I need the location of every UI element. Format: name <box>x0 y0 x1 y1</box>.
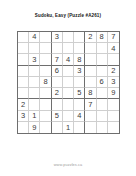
given-digit: 1 <box>32 112 36 120</box>
cell-r4c8[interactable] <box>97 66 108 77</box>
cell-r3c2[interactable]: 3 <box>29 54 40 65</box>
cell-r3c6[interactable]: 8 <box>74 54 85 65</box>
given-digit: 3 <box>21 112 25 120</box>
given-digit: 7 <box>55 56 59 64</box>
given-digit: 4 <box>77 112 81 120</box>
cell-r3c3[interactable] <box>40 54 51 65</box>
cell-r2c4[interactable] <box>52 43 63 54</box>
cell-r7c4[interactable] <box>52 99 63 110</box>
cell-r6c1[interactable] <box>18 88 29 99</box>
sudoku-board: 4328743748632863258927315491 <box>17 31 120 134</box>
cell-r5c8[interactable]: 6 <box>97 77 108 88</box>
cell-r5c7[interactable] <box>85 77 96 88</box>
given-digit: 8 <box>77 56 81 64</box>
cell-r9c3[interactable] <box>40 122 51 133</box>
cell-r7c2[interactable] <box>29 99 40 110</box>
cell-r8c6[interactable]: 4 <box>74 111 85 122</box>
cell-r6c7[interactable]: 8 <box>85 88 96 99</box>
cell-r1c6[interactable] <box>74 32 85 43</box>
cell-r5c4[interactable] <box>52 77 63 88</box>
cell-r4c1[interactable] <box>18 66 29 77</box>
given-digit: 2 <box>88 33 92 41</box>
cell-r8c8[interactable] <box>97 111 108 122</box>
cell-r5c3[interactable]: 8 <box>40 77 51 88</box>
given-digit: 8 <box>100 33 104 41</box>
cell-r4c3[interactable] <box>40 66 51 77</box>
given-digit: 6 <box>55 67 59 75</box>
given-digit: 7 <box>111 33 115 41</box>
cell-r7c7[interactable]: 7 <box>85 99 96 110</box>
cell-r1c4[interactable]: 3 <box>52 32 63 43</box>
cell-r4c4[interactable]: 6 <box>52 66 63 77</box>
cell-r2c6[interactable] <box>74 43 85 54</box>
footer-url: www.puzzles.ca <box>0 163 136 167</box>
cell-r5c1[interactable] <box>18 77 29 88</box>
cell-r9c5[interactable]: 1 <box>63 122 74 133</box>
cell-r1c5[interactable] <box>63 32 74 43</box>
cell-r7c3[interactable] <box>40 99 51 110</box>
cell-r4c6[interactable]: 3 <box>74 66 85 77</box>
given-digit: 8 <box>88 89 92 97</box>
cell-r1c2[interactable]: 4 <box>29 32 40 43</box>
given-digit: 2 <box>111 67 115 75</box>
cell-r2c9[interactable]: 4 <box>108 43 119 54</box>
cell-r6c4[interactable]: 2 <box>52 88 63 99</box>
given-digit: 3 <box>77 67 81 75</box>
cell-r5c5[interactable] <box>63 77 74 88</box>
cell-r6c5[interactable] <box>63 88 74 99</box>
cell-r7c5[interactable] <box>63 99 74 110</box>
cell-r3c8[interactable] <box>97 54 108 65</box>
cell-r7c1[interactable]: 2 <box>18 99 29 110</box>
given-digit: 7 <box>88 101 92 109</box>
cell-r5c6[interactable] <box>74 77 85 88</box>
given-digit: 9 <box>32 124 36 132</box>
cell-r6c6[interactable]: 5 <box>74 88 85 99</box>
cell-r3c1[interactable] <box>18 54 29 65</box>
given-digit: 6 <box>100 78 104 86</box>
given-digit: 5 <box>55 112 59 120</box>
given-digit: 4 <box>111 45 115 53</box>
cell-r2c2[interactable] <box>29 43 40 54</box>
cell-r5c2[interactable] <box>29 77 40 88</box>
cell-r2c8[interactable] <box>97 43 108 54</box>
cell-r9c2[interactable]: 9 <box>29 122 40 133</box>
cell-r6c9[interactable]: 9 <box>108 88 119 99</box>
cell-r3c7[interactable] <box>85 54 96 65</box>
cell-r4c9[interactable]: 2 <box>108 66 119 77</box>
cell-r6c3[interactable] <box>40 88 51 99</box>
cell-r2c7[interactable] <box>85 43 96 54</box>
page-title: Sudoku, Easy (Puzzle #A261) <box>0 13 136 18</box>
given-digit: 3 <box>32 56 36 64</box>
cell-r5c9[interactable]: 3 <box>108 77 119 88</box>
cell-r2c5[interactable] <box>63 43 74 54</box>
cell-r9c8[interactable] <box>97 122 108 133</box>
cell-r8c9[interactable] <box>108 111 119 122</box>
given-digit: 9 <box>111 89 115 97</box>
cell-r3c5[interactable]: 4 <box>63 54 74 65</box>
given-digit: 4 <box>32 33 36 41</box>
cell-r7c8[interactable] <box>97 99 108 110</box>
cell-r8c1[interactable]: 3 <box>18 111 29 122</box>
cell-r9c9[interactable] <box>108 122 119 133</box>
cell-r9c4[interactable] <box>52 122 63 133</box>
cell-r1c1[interactable] <box>18 32 29 43</box>
cell-r8c4[interactable]: 5 <box>52 111 63 122</box>
cell-r1c8[interactable]: 8 <box>97 32 108 43</box>
given-digit: 8 <box>43 78 47 86</box>
cell-r3c4[interactable]: 7 <box>52 54 63 65</box>
cell-r4c5[interactable] <box>63 66 74 77</box>
cell-r3c9[interactable] <box>108 54 119 65</box>
cell-r8c7[interactable] <box>85 111 96 122</box>
given-digit: 5 <box>77 89 81 97</box>
cell-r1c3[interactable] <box>40 32 51 43</box>
cell-r9c6[interactable] <box>74 122 85 133</box>
cell-r8c2[interactable]: 1 <box>29 111 40 122</box>
cell-r1c7[interactable]: 2 <box>85 32 96 43</box>
cell-r8c5[interactable] <box>63 111 74 122</box>
cell-r1c9[interactable]: 7 <box>108 32 119 43</box>
cell-r6c2[interactable] <box>29 88 40 99</box>
cell-r7c9[interactable] <box>108 99 119 110</box>
given-digit: 2 <box>55 89 59 97</box>
given-digit: 2 <box>21 101 25 109</box>
cell-r9c1[interactable] <box>18 122 29 133</box>
given-digit: 3 <box>55 33 59 41</box>
cell-r4c7[interactable] <box>85 66 96 77</box>
cell-r6c8[interactable] <box>97 88 108 99</box>
cell-r2c3[interactable] <box>40 43 51 54</box>
given-digit: 3 <box>111 78 115 86</box>
cell-r4c2[interactable] <box>29 66 40 77</box>
cell-r9c7[interactable] <box>85 122 96 133</box>
cell-r2c1[interactable] <box>18 43 29 54</box>
cell-r7c6[interactable] <box>74 99 85 110</box>
cell-r8c3[interactable] <box>40 111 51 122</box>
given-digit: 1 <box>66 124 70 132</box>
given-digit: 4 <box>66 56 70 64</box>
